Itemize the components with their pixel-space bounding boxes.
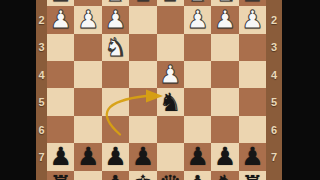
black-queen[interactable]: ♛ (159, 172, 181, 180)
square-h8[interactable]: ♜ (47, 171, 74, 180)
square-c7[interactable]: ♟ (184, 143, 211, 170)
square-f6[interactable] (102, 116, 129, 143)
black-king[interactable]: ♚ (132, 172, 154, 180)
square-d4[interactable]: ♟ (157, 61, 184, 88)
rank-label-6-left: 6 (36, 124, 47, 136)
black-bishop[interactable]: ♝ (186, 172, 208, 180)
square-e6[interactable] (129, 116, 156, 143)
square-f3[interactable]: ♞ (102, 34, 129, 61)
rank-label-7-right: 7 (266, 151, 282, 163)
square-b8[interactable]: ♞ (211, 171, 238, 180)
square-c8[interactable]: ♝ (184, 171, 211, 180)
square-f4[interactable] (102, 61, 129, 88)
black-pawn[interactable]: ♟ (241, 144, 263, 169)
square-a4[interactable] (239, 61, 266, 88)
square-c4[interactable] (184, 61, 211, 88)
white-pawn[interactable]: ♟ (159, 62, 181, 87)
white-pawn[interactable]: ♟ (214, 7, 236, 32)
black-knight[interactable]: ♞ (159, 90, 181, 115)
square-a5[interactable] (239, 88, 266, 115)
square-g8[interactable] (74, 171, 101, 180)
square-g3[interactable] (74, 34, 101, 61)
rank-label-3-left: 3 (36, 41, 47, 53)
white-king[interactable]: ♚ (132, 0, 154, 5)
square-b3[interactable] (211, 34, 238, 61)
black-pawn[interactable]: ♟ (186, 144, 208, 169)
square-f7[interactable]: ♟ (102, 143, 129, 170)
square-h7[interactable]: ♟ (47, 143, 74, 170)
black-rook[interactable]: ♜ (241, 172, 263, 180)
square-f2[interactable]: ♟ (102, 6, 129, 33)
square-a6[interactable] (239, 116, 266, 143)
black-bishop[interactable]: ♝ (104, 172, 126, 180)
black-pawn[interactable]: ♟ (104, 144, 126, 169)
square-b5[interactable] (211, 88, 238, 115)
square-h6[interactable] (47, 116, 74, 143)
square-c5[interactable] (184, 88, 211, 115)
rank-label-7-left: 7 (36, 151, 47, 163)
letterbox-right (282, 0, 320, 180)
black-pawn[interactable]: ♟ (214, 144, 236, 169)
square-e7[interactable]: ♟ (129, 143, 156, 170)
square-g7[interactable]: ♟ (74, 143, 101, 170)
white-knight[interactable]: ♞ (214, 0, 236, 5)
rank-label-2-right: 2 (266, 14, 282, 26)
rank-label-3-right: 3 (266, 41, 282, 53)
square-g6[interactable] (74, 116, 101, 143)
square-e5[interactable] (129, 88, 156, 115)
chess-board[interactable]: ♜♝♚♛♝♞♜♟♟♟♟♟♟♞♟♞♟♟♟♟♟♟♟♜♝♚♛♝♞♜ (47, 0, 266, 180)
white-knight[interactable]: ♞ (104, 35, 126, 60)
square-d5[interactable]: ♞ (157, 88, 184, 115)
square-h5[interactable] (47, 88, 74, 115)
square-g4[interactable] (74, 61, 101, 88)
white-queen[interactable]: ♛ (159, 0, 181, 5)
square-e8[interactable]: ♚ (129, 171, 156, 180)
rank-label-5-left: 5 (36, 96, 47, 108)
black-pawn[interactable]: ♟ (132, 144, 154, 169)
white-pawn[interactable]: ♟ (49, 7, 71, 32)
video-frame: 234567 234567 ♜♝♚♛♝♞♜♟♟♟♟♟♟♞♟♞♟♟♟♟♟♟♟♜♝♚… (0, 0, 320, 180)
white-pawn[interactable]: ♟ (186, 7, 208, 32)
square-f8[interactable]: ♝ (102, 171, 129, 180)
square-a8[interactable]: ♜ (239, 171, 266, 180)
square-e2[interactable] (129, 6, 156, 33)
square-d6[interactable] (157, 116, 184, 143)
white-rook[interactable]: ♜ (241, 0, 263, 5)
square-f5[interactable] (102, 88, 129, 115)
square-d3[interactable] (157, 34, 184, 61)
square-d8[interactable]: ♛ (157, 171, 184, 180)
white-pawn[interactable]: ♟ (104, 7, 126, 32)
square-h2[interactable]: ♟ (47, 6, 74, 33)
square-a7[interactable]: ♟ (239, 143, 266, 170)
square-b6[interactable] (211, 116, 238, 143)
square-b7[interactable]: ♟ (211, 143, 238, 170)
square-c2[interactable]: ♟ (184, 6, 211, 33)
square-a3[interactable] (239, 34, 266, 61)
rank-labels-left: 234567 (36, 0, 47, 180)
square-e4[interactable] (129, 61, 156, 88)
rank-label-5-right: 5 (266, 96, 282, 108)
square-c3[interactable] (184, 34, 211, 61)
square-b4[interactable] (211, 61, 238, 88)
white-pawn[interactable]: ♟ (77, 7, 99, 32)
white-bishop[interactable]: ♝ (186, 0, 208, 5)
black-knight[interactable]: ♞ (214, 172, 236, 180)
rank-label-2-left: 2 (36, 14, 47, 26)
black-pawn[interactable]: ♟ (77, 144, 99, 169)
square-d2[interactable] (157, 6, 184, 33)
square-d7[interactable] (157, 143, 184, 170)
rank-labels-right: 234567 (266, 0, 282, 180)
white-rook[interactable]: ♜ (49, 0, 71, 5)
black-pawn[interactable]: ♟ (49, 144, 71, 169)
white-pawn[interactable]: ♟ (241, 7, 263, 32)
square-h3[interactable] (47, 34, 74, 61)
letterbox-left (0, 0, 36, 180)
rank-label-4-left: 4 (36, 69, 47, 81)
rank-label-6-right: 6 (266, 124, 282, 136)
square-c6[interactable] (184, 116, 211, 143)
square-h4[interactable] (47, 61, 74, 88)
black-rook[interactable]: ♜ (49, 172, 71, 180)
white-bishop[interactable]: ♝ (104, 0, 126, 5)
square-a2[interactable]: ♟ (239, 6, 266, 33)
square-e3[interactable] (129, 34, 156, 61)
square-b2[interactable]: ♟ (211, 6, 238, 33)
rank-label-4-right: 4 (266, 69, 282, 81)
square-g2[interactable]: ♟ (74, 6, 101, 33)
square-g5[interactable] (74, 88, 101, 115)
